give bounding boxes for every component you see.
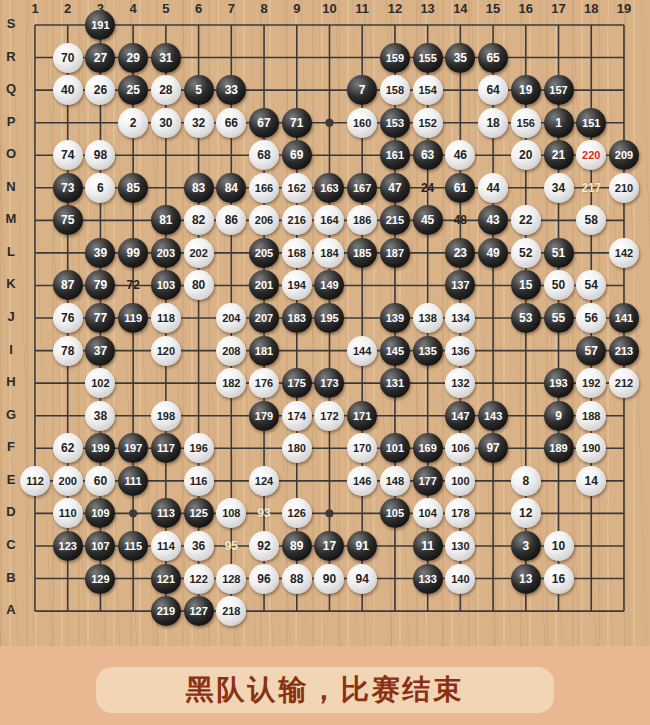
- stone-white-32[interactable]: 32: [184, 108, 214, 138]
- column-label-1: 1: [23, 1, 47, 16]
- row-label-M: M: [2, 211, 20, 226]
- stone-black-57[interactable]: 57: [576, 336, 606, 366]
- go-app-screen: 12345678910111213141516171819SRQPONMLKJI…: [0, 0, 650, 725]
- stone-white-70[interactable]: 70: [53, 43, 83, 73]
- stone-white-146[interactable]: 146: [347, 466, 377, 496]
- stone-black-51[interactable]: 51: [544, 238, 574, 268]
- captured-stone-number-217: 217: [576, 173, 606, 203]
- stone-white-16[interactable]: 16: [544, 564, 574, 594]
- stone-black-13[interactable]: 13: [511, 564, 541, 594]
- stone-white-162[interactable]: 162: [282, 173, 312, 203]
- stone-black-169[interactable]: 169: [413, 433, 443, 463]
- column-label-10: 10: [317, 1, 341, 16]
- captured-stone-number-93: 93: [249, 498, 279, 528]
- stone-white-212[interactable]: 212: [609, 368, 639, 398]
- stone-white-118[interactable]: 118: [151, 303, 181, 333]
- stone-black-181[interactable]: 181: [249, 336, 279, 366]
- stone-white-200[interactable]: 200: [53, 466, 83, 496]
- row-label-C: C: [2, 537, 20, 552]
- stone-black-35[interactable]: 35: [445, 43, 475, 73]
- stone-black-45[interactable]: 45: [413, 205, 443, 235]
- stone-white-20[interactable]: 20: [511, 140, 541, 170]
- stone-white-160[interactable]: 160: [347, 108, 377, 138]
- row-label-G: G: [2, 407, 20, 422]
- captured-stone-number-48: 48: [445, 205, 475, 235]
- row-label-N: N: [2, 179, 20, 194]
- stone-black-111[interactable]: 111: [118, 466, 148, 496]
- stone-white-138[interactable]: 138: [413, 303, 443, 333]
- stone-black-179[interactable]: 179: [249, 401, 279, 431]
- stone-black-84[interactable]: 84: [216, 173, 246, 203]
- stone-white-144[interactable]: 144: [347, 336, 377, 366]
- stone-black-129[interactable]: 129: [85, 564, 115, 594]
- stone-black-139[interactable]: 139: [380, 303, 410, 333]
- stone-white-92[interactable]: 92: [249, 531, 279, 561]
- stone-white-50[interactable]: 50: [544, 270, 574, 300]
- stone-white-124[interactable]: 124: [249, 466, 279, 496]
- stone-black-27[interactable]: 27: [85, 43, 115, 73]
- stone-black-87[interactable]: 87: [53, 270, 83, 300]
- stone-black-29[interactable]: 29: [118, 43, 148, 73]
- stone-white-36[interactable]: 36: [184, 531, 214, 561]
- stone-white-10[interactable]: 10: [544, 531, 574, 561]
- stone-black-53[interactable]: 53: [511, 303, 541, 333]
- stone-black-159[interactable]: 159: [380, 43, 410, 73]
- stone-white-208[interactable]: 208: [216, 336, 246, 366]
- stone-black-189[interactable]: 189: [544, 433, 574, 463]
- stone-white-176[interactable]: 176: [249, 368, 279, 398]
- stone-black-21[interactable]: 21: [544, 140, 574, 170]
- stone-black-175[interactable]: 175: [282, 368, 312, 398]
- stone-black-155[interactable]: 155: [413, 43, 443, 73]
- stone-black-31[interactable]: 31: [151, 43, 181, 73]
- stone-white-100[interactable]: 100: [445, 466, 475, 496]
- column-label-19: 19: [612, 1, 636, 16]
- stone-black-85[interactable]: 85: [118, 173, 148, 203]
- stone-black-209[interactable]: 209: [609, 140, 639, 170]
- stone-black-125[interactable]: 125: [184, 498, 214, 528]
- stone-black-123[interactable]: 123: [53, 531, 83, 561]
- stone-white-140[interactable]: 140: [445, 564, 475, 594]
- stone-black-1[interactable]: 1: [544, 108, 574, 138]
- stone-white-28[interactable]: 28: [151, 75, 181, 105]
- stone-black-9[interactable]: 9: [544, 401, 574, 431]
- stone-white-188[interactable]: 188: [576, 401, 606, 431]
- stone-black-171[interactable]: 171: [347, 401, 377, 431]
- stone-white-126[interactable]: 126: [282, 498, 312, 528]
- stone-black-127[interactable]: 127: [184, 596, 214, 626]
- stone-white-30[interactable]: 30: [151, 108, 181, 138]
- column-label-18: 18: [579, 1, 603, 16]
- stone-white-44[interactable]: 44: [478, 173, 508, 203]
- go-board[interactable]: 12345678910111213141516171819SRQPONMLKJI…: [0, 0, 650, 646]
- stone-white-198[interactable]: 198: [151, 401, 181, 431]
- column-label-11: 11: [350, 1, 374, 16]
- star-point: [325, 118, 333, 126]
- stone-white-66[interactable]: 66: [216, 108, 246, 138]
- stone-black-157[interactable]: 157: [544, 75, 574, 105]
- stone-black-117[interactable]: 117: [151, 433, 181, 463]
- stone-white-216[interactable]: 216: [282, 205, 312, 235]
- captured-stone-number-72: 72: [118, 270, 148, 300]
- stone-white-158[interactable]: 158: [380, 75, 410, 105]
- column-label-14: 14: [448, 1, 472, 16]
- row-label-K: K: [2, 276, 20, 291]
- stone-white-122[interactable]: 122: [184, 564, 214, 594]
- stone-black-153[interactable]: 153: [380, 108, 410, 138]
- stone-black-147[interactable]: 147: [445, 401, 475, 431]
- stone-white-104[interactable]: 104: [413, 498, 443, 528]
- stone-black-183[interactable]: 183: [282, 303, 312, 333]
- stone-black-115[interactable]: 115: [118, 531, 148, 561]
- stone-white-136[interactable]: 136: [445, 336, 475, 366]
- stone-black-101[interactable]: 101: [380, 433, 410, 463]
- stone-black-55[interactable]: 55: [544, 303, 574, 333]
- stone-white-88[interactable]: 88: [282, 564, 312, 594]
- stone-white-156[interactable]: 156: [511, 108, 541, 138]
- row-label-Q: Q: [2, 81, 20, 96]
- stone-black-75[interactable]: 75: [53, 205, 83, 235]
- row-label-R: R: [2, 49, 20, 64]
- stone-white-172[interactable]: 172: [314, 401, 344, 431]
- row-label-A: A: [2, 602, 20, 617]
- stone-white-90[interactable]: 90: [314, 564, 344, 594]
- stone-black-207[interactable]: 207: [249, 303, 279, 333]
- stone-white-8[interactable]: 8: [511, 466, 541, 496]
- row-label-D: D: [2, 504, 20, 519]
- stone-black-205[interactable]: 205: [249, 238, 279, 268]
- row-label-J: J: [2, 309, 20, 324]
- game-result-banner: 黑队认输，比赛结束: [96, 667, 554, 713]
- stone-black-61[interactable]: 61: [445, 173, 475, 203]
- stone-black-73[interactable]: 73: [53, 173, 83, 203]
- stone-white-112[interactable]: 112: [20, 466, 50, 496]
- stone-white-148[interactable]: 148: [380, 466, 410, 496]
- stone-white-2[interactable]: 2: [118, 108, 148, 138]
- column-label-9: 9: [285, 1, 309, 16]
- row-label-E: E: [2, 472, 20, 487]
- row-label-O: O: [2, 146, 20, 161]
- column-label-12: 12: [383, 1, 407, 16]
- stone-black-83[interactable]: 83: [184, 173, 214, 203]
- stone-black-63[interactable]: 63: [413, 140, 443, 170]
- stone-black-167[interactable]: 167: [347, 173, 377, 203]
- stone-white-94[interactable]: 94: [347, 564, 377, 594]
- stone-black-143[interactable]: 143: [478, 401, 508, 431]
- row-label-I: I: [2, 342, 20, 357]
- stone-black-99[interactable]: 99: [118, 238, 148, 268]
- stone-black-161[interactable]: 161: [380, 140, 410, 170]
- stone-black-121[interactable]: 121: [151, 564, 181, 594]
- row-label-B: B: [2, 570, 20, 585]
- stone-white-120[interactable]: 120: [151, 336, 181, 366]
- stone-white-40[interactable]: 40: [53, 75, 83, 105]
- star-point: [325, 509, 333, 517]
- stone-white-142[interactable]: 142: [609, 238, 639, 268]
- stone-white-168[interactable]: 168: [282, 238, 312, 268]
- stone-black-133[interactable]: 133: [413, 564, 443, 594]
- stone-white-14[interactable]: 14: [576, 466, 606, 496]
- stone-white-38[interactable]: 38: [85, 401, 115, 431]
- stone-white-152[interactable]: 152: [413, 108, 443, 138]
- stone-white-210[interactable]: 210: [609, 173, 639, 203]
- stone-black-69[interactable]: 69: [282, 140, 312, 170]
- stone-white-78[interactable]: 78: [53, 336, 83, 366]
- stone-black-177[interactable]: 177: [413, 466, 443, 496]
- stone-white-166[interactable]: 166: [249, 173, 279, 203]
- stone-white-52[interactable]: 52: [511, 238, 541, 268]
- stone-black-135[interactable]: 135: [413, 336, 443, 366]
- row-label-L: L: [2, 244, 20, 259]
- stone-white-202[interactable]: 202: [184, 238, 214, 268]
- captured-stone-number-95: 95: [216, 531, 246, 561]
- stone-white-180[interactable]: 180: [282, 433, 312, 463]
- stone-white-18[interactable]: 18: [478, 108, 508, 138]
- stone-black-203[interactable]: 203: [151, 238, 181, 268]
- stone-black-11[interactable]: 11: [413, 531, 443, 561]
- stone-white-110[interactable]: 110: [53, 498, 83, 528]
- stone-black-119[interactable]: 119: [118, 303, 148, 333]
- stone-black-37[interactable]: 37: [85, 336, 115, 366]
- stone-black-141[interactable]: 141: [609, 303, 639, 333]
- stone-white-114[interactable]: 114: [151, 531, 181, 561]
- stone-white-174[interactable]: 174: [282, 401, 312, 431]
- column-label-13: 13: [416, 1, 440, 16]
- column-label-15: 15: [481, 1, 505, 16]
- captured-stone-number-24: 24: [413, 173, 443, 203]
- row-label-H: H: [2, 374, 20, 389]
- stone-black-185[interactable]: 185: [347, 238, 377, 268]
- stone-white-76[interactable]: 76: [53, 303, 83, 333]
- stone-white-128[interactable]: 128: [216, 564, 246, 594]
- column-label-6: 6: [187, 1, 211, 16]
- stone-black-71[interactable]: 71: [282, 108, 312, 138]
- column-label-4: 4: [121, 1, 145, 16]
- stone-black-219[interactable]: 219: [151, 596, 181, 626]
- stone-black-5[interactable]: 5: [184, 75, 214, 105]
- game-result-text: 黑队认输，比赛结束: [186, 671, 465, 709]
- stone-black-91[interactable]: 91: [347, 531, 377, 561]
- row-label-P: P: [2, 114, 20, 129]
- column-label-16: 16: [514, 1, 538, 16]
- stone-white-64[interactable]: 64: [478, 75, 508, 105]
- stone-white-12[interactable]: 12: [511, 498, 541, 528]
- stone-black-131[interactable]: 131: [380, 368, 410, 398]
- column-label-8: 8: [252, 1, 276, 16]
- stone-white-62[interactable]: 62: [53, 433, 83, 463]
- stone-white-34[interactable]: 34: [544, 173, 574, 203]
- stone-black-193[interactable]: 193: [544, 368, 574, 398]
- stone-white-74[interactable]: 74: [53, 140, 83, 170]
- column-label-5: 5: [154, 1, 178, 16]
- stone-black-65[interactable]: 65: [478, 43, 508, 73]
- row-label-S: S: [2, 16, 20, 31]
- stone-black-145[interactable]: 145: [380, 336, 410, 366]
- column-label-17: 17: [547, 1, 571, 16]
- stone-black-19[interactable]: 19: [511, 75, 541, 105]
- column-label-2: 2: [56, 1, 80, 16]
- stone-white-116[interactable]: 116: [184, 466, 214, 496]
- stone-black-151[interactable]: 151: [576, 108, 606, 138]
- column-label-7: 7: [219, 1, 243, 16]
- stone-black-67[interactable]: 67: [249, 108, 279, 138]
- stone-black-89[interactable]: 89: [282, 531, 312, 561]
- stone-black-3[interactable]: 3: [511, 531, 541, 561]
- stone-white-80[interactable]: 80: [184, 270, 214, 300]
- stone-white-96[interactable]: 96: [249, 564, 279, 594]
- stone-black-49[interactable]: 49: [478, 238, 508, 268]
- stone-white-154[interactable]: 154: [413, 75, 443, 105]
- stone-black-187[interactable]: 187: [380, 238, 410, 268]
- stone-white-196[interactable]: 196: [184, 433, 214, 463]
- stone-white-22[interactable]: 22: [511, 205, 541, 235]
- stone-black-213[interactable]: 213: [609, 336, 639, 366]
- stone-white-82[interactable]: 82: [184, 205, 214, 235]
- row-label-F: F: [2, 439, 20, 454]
- stone-black-47[interactable]: 47: [380, 173, 410, 203]
- star-point: [129, 509, 137, 517]
